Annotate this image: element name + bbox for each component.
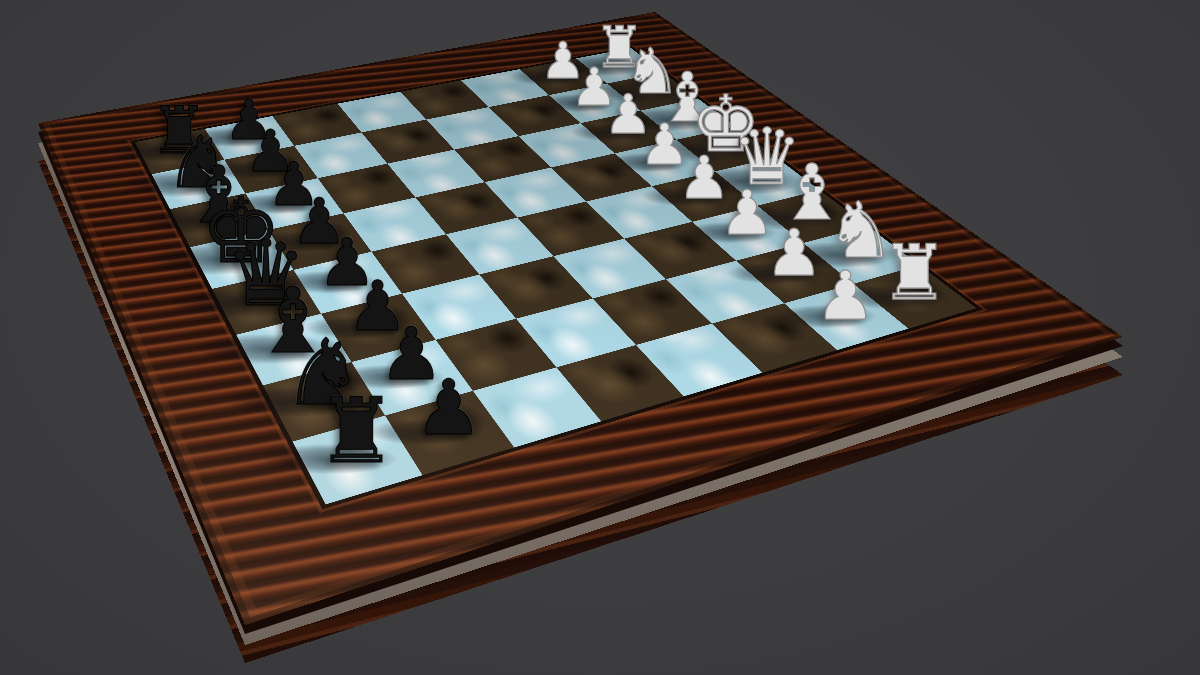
black-pawn-a7[interactable]: ♟ bbox=[415, 370, 483, 446]
piece-glyph: ♟ bbox=[815, 256, 875, 335]
black-rook-a8[interactable]: ♜ bbox=[316, 386, 397, 476]
white-pawn-b2[interactable]: ♟ bbox=[765, 221, 823, 285]
piece-glyph: ♜ bbox=[880, 228, 948, 317]
pieces-layer: ♜♞♝♛♚♝♞♜♟♟♟♟♟♟♟♟♟♟♟♟♟♟♟♟♜♞♝♛♚♝♞♜ bbox=[0, 0, 1200, 675]
white-rook-a1[interactable]: ♜ bbox=[880, 235, 948, 311]
piece-glyph: ♟ bbox=[765, 215, 823, 290]
piece-glyph: ♟ bbox=[415, 363, 483, 452]
white-pawn-a2[interactable]: ♟ bbox=[815, 262, 875, 329]
piece-glyph: ♜ bbox=[316, 378, 397, 483]
chess-scene: ♜♞♝♛♚♝♞♜♟♟♟♟♟♟♟♟♟♟♟♟♟♟♟♟♜♞♝♛♚♝♞♜ bbox=[0, 0, 1200, 675]
